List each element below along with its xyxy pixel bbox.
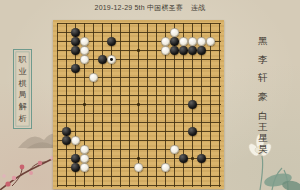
board-grid[interactable] [57,23,221,187]
match-title-event: 2019-12-29 5th 中国棋圣赛 [95,3,183,13]
white-stone [161,37,170,46]
vertical-char: 局 [19,89,27,100]
black-stone [71,154,80,163]
black-stone [71,37,80,46]
vertical-char: 轩 [258,73,268,83]
black-stone [179,154,188,163]
vertical-char: 豪 [258,92,268,102]
last-move-marker [110,58,113,61]
white-stone [80,145,89,154]
white-stone [80,46,89,55]
match-title-stage: 连战 [191,3,205,13]
black-stone [197,46,206,55]
white-stone [80,163,89,172]
star-point [137,103,139,105]
white-stone [188,37,197,46]
black-stone [170,46,179,55]
black-stone [71,28,80,37]
black-stone [71,64,80,73]
black-stone [179,46,188,55]
black-stone [71,163,80,172]
screenshot-root: 2019-12-29 5th 中国棋圣赛 连战 职业棋局解析 黑李轩豪 白王星昊 [0,0,300,190]
white-stone [89,73,98,82]
lotus-decoration [238,128,300,190]
vertical-char: 白 [258,111,268,121]
vertical-char: 析 [19,113,27,124]
white-stone [170,28,179,37]
analysis-banner-text: 职业棋局解析 [14,50,31,128]
black-player-label: 黑李轩豪 [258,36,268,101]
star-point [137,157,139,159]
black-stone [62,127,71,136]
vertical-char: 黑 [258,36,268,46]
black-stone [188,127,197,136]
vertical-char: 棋 [19,78,27,89]
black-stone [62,136,71,145]
white-stone [134,163,143,172]
white-stone [80,154,89,163]
match-title: 2019-12-29 5th 中国棋圣赛 连战 [0,3,300,13]
star-point [191,157,193,159]
white-stone [80,55,89,64]
white-stone [197,37,206,46]
black-stone [188,100,197,109]
white-stone [161,46,170,55]
black-stone [188,46,197,55]
vertical-char: 昊 [258,144,268,154]
star-point [137,49,139,51]
white-player-label: 白王星昊 [258,111,268,154]
star-point [83,103,85,105]
white-stone [71,136,80,145]
vertical-char: 星 [258,133,268,143]
black-stone [98,55,107,64]
white-stone [179,37,188,46]
white-stone [80,37,89,46]
white-stone [206,37,215,46]
vertical-char: 王 [258,122,268,132]
black-stone [197,154,206,163]
vertical-char: 解 [19,101,27,112]
black-stone [170,37,179,46]
analysis-banner: 职业棋局解析 [13,49,32,129]
white-stone [161,163,170,172]
black-stone [71,46,80,55]
vertical-char: 李 [258,55,268,65]
vertical-char: 业 [19,66,27,77]
go-board[interactable] [53,20,224,189]
black-stone [107,37,116,46]
vertical-char: 职 [19,54,27,65]
white-stone [170,145,179,154]
